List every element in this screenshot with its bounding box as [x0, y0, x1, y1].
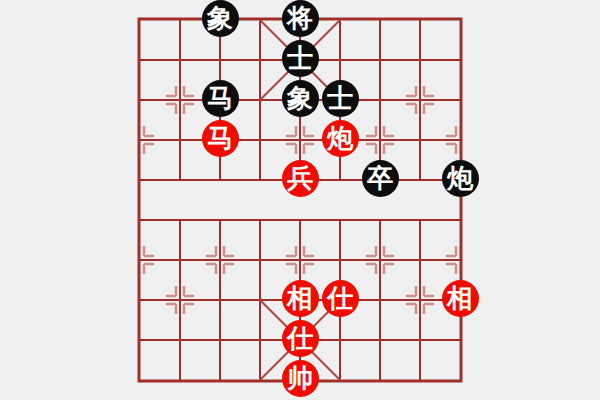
- piece-black-cannon[interactable]: 炮: [442, 160, 479, 197]
- piece-black-elephant[interactable]: 象: [282, 80, 319, 117]
- piece-black-soldier[interactable]: 卒: [362, 160, 399, 197]
- piece-red-advisor[interactable]: 仕: [282, 320, 319, 357]
- piece-red-general[interactable]: 帅: [282, 360, 319, 397]
- piece-red-elephant[interactable]: 相: [282, 280, 319, 317]
- xiangqi-board[interactable]: 象将士马象士马炮兵卒炮相仕相仕帅: [0, 0, 600, 400]
- piece-red-elephant[interactable]: 相: [442, 280, 479, 317]
- pieces-layer: 象将士马象士马炮兵卒炮相仕相仕帅: [120, 0, 480, 398]
- piece-black-horse[interactable]: 马: [202, 80, 239, 117]
- piece-black-advisor[interactable]: 士: [282, 40, 319, 77]
- piece-red-cannon[interactable]: 炮: [322, 120, 359, 157]
- piece-black-advisor[interactable]: 士: [322, 80, 359, 117]
- piece-black-elephant[interactable]: 象: [202, 0, 239, 37]
- piece-red-soldier[interactable]: 兵: [282, 160, 319, 197]
- xiangqi-app: 象将士马象士马炮兵卒炮相仕相仕帅: [0, 0, 600, 400]
- piece-red-horse[interactable]: 马: [202, 120, 239, 157]
- piece-black-general[interactable]: 将: [282, 0, 319, 37]
- piece-red-advisor[interactable]: 仕: [322, 280, 359, 317]
